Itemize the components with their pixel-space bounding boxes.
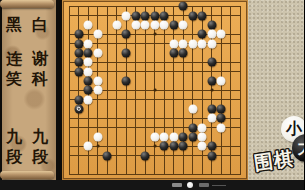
black-stone xyxy=(179,132,188,141)
white-stone xyxy=(112,21,121,30)
black-stone xyxy=(207,76,216,85)
white-stone xyxy=(150,132,159,141)
black-stone xyxy=(74,30,83,39)
player-info-panel: 黑连笑九段 白谢科九段 xyxy=(0,0,58,180)
channel-logo: 小 大 围棋 xyxy=(248,108,304,180)
black-stone xyxy=(217,114,226,123)
white-stone xyxy=(217,30,226,39)
white-stone xyxy=(198,123,207,132)
last-move-marker xyxy=(77,107,80,110)
white-stone xyxy=(160,132,169,141)
black-stone xyxy=(179,2,188,11)
black-stone xyxy=(84,49,93,58)
star-point xyxy=(210,89,213,92)
black-stone xyxy=(141,11,150,20)
star-point xyxy=(153,33,156,36)
white-stone xyxy=(84,95,93,104)
black-stone xyxy=(169,49,178,58)
progress-knob[interactable] xyxy=(187,182,193,188)
black-stone xyxy=(160,142,169,151)
white-stone xyxy=(84,67,93,76)
star-point xyxy=(153,89,156,92)
black-stone xyxy=(169,21,178,30)
app-root: 黑连笑九段 白谢科九段 小 大 围棋 xyxy=(0,0,304,190)
black-stone xyxy=(207,21,216,30)
black-stone xyxy=(131,11,140,20)
black-stone xyxy=(217,104,226,113)
white-stone xyxy=(217,76,226,85)
background-wall: 小 大 围棋 xyxy=(248,0,304,180)
black-rank-char: 段 xyxy=(3,149,25,165)
black-stone xyxy=(150,11,159,20)
white-stone xyxy=(188,104,197,113)
white-stone xyxy=(198,39,207,48)
white-stone xyxy=(150,21,159,30)
white-stone xyxy=(179,21,188,30)
black-stone xyxy=(122,49,131,58)
bar-left-label xyxy=(172,183,182,187)
white-label-char: 白 xyxy=(29,17,51,33)
black-stone xyxy=(74,58,83,67)
white-stone xyxy=(141,21,150,30)
white-rank-char: 九 xyxy=(29,129,51,145)
black-label-char: 黑 xyxy=(3,17,25,33)
white-stone xyxy=(217,123,226,132)
black-stone xyxy=(160,11,169,20)
white-stone xyxy=(93,132,102,141)
black-stone xyxy=(198,30,207,39)
star-point xyxy=(153,145,156,148)
white-stone xyxy=(198,142,207,151)
board-grid xyxy=(69,6,241,175)
black-rank-char: 九 xyxy=(3,129,25,145)
white-stone xyxy=(198,132,207,141)
black-stone xyxy=(169,142,178,151)
white-name-char: 谢 xyxy=(29,51,51,67)
white-stone xyxy=(84,39,93,48)
logo-big-char: 大 xyxy=(298,138,305,157)
video-progress-bar[interactable] xyxy=(0,180,304,190)
black-stone xyxy=(198,11,207,20)
white-stone xyxy=(84,21,93,30)
white-stone xyxy=(169,39,178,48)
white-stone xyxy=(84,58,93,67)
white-rank-char: 段 xyxy=(29,149,51,165)
white-stone xyxy=(207,39,216,48)
white-stone xyxy=(160,21,169,30)
white-stone xyxy=(93,76,102,85)
black-stone xyxy=(74,95,83,104)
black-stone xyxy=(74,67,83,76)
white-player-column: 白谢科九段 xyxy=(29,0,51,180)
progress-track xyxy=(212,185,226,186)
black-stone xyxy=(74,104,83,113)
black-stone xyxy=(188,123,197,132)
white-stone xyxy=(207,30,216,39)
black-stone xyxy=(84,76,93,85)
black-stone xyxy=(179,142,188,151)
black-stone xyxy=(207,104,216,113)
black-stone xyxy=(188,132,197,141)
star-point xyxy=(96,145,99,148)
white-stone xyxy=(179,39,188,48)
black-stone xyxy=(122,30,131,39)
black-stone xyxy=(207,58,216,67)
white-stone xyxy=(207,114,216,123)
black-stone xyxy=(84,86,93,95)
black-stone xyxy=(74,39,83,48)
bar-right-label xyxy=(199,183,209,187)
black-stone xyxy=(188,11,197,20)
logo-script-text: 围棋 xyxy=(252,145,295,176)
white-stone xyxy=(93,30,102,39)
black-stone xyxy=(103,151,112,160)
black-name-char: 连 xyxy=(3,51,25,67)
white-stone xyxy=(169,132,178,141)
white-stone xyxy=(84,142,93,151)
black-name-char: 笑 xyxy=(3,71,25,87)
go-board[interactable] xyxy=(62,0,248,180)
white-stone xyxy=(93,86,102,95)
black-stone xyxy=(122,76,131,85)
black-stone xyxy=(179,49,188,58)
white-stone xyxy=(131,21,140,30)
black-stone xyxy=(141,151,150,160)
black-stone xyxy=(74,49,83,58)
white-stone xyxy=(122,11,131,20)
black-stone xyxy=(207,142,216,151)
white-name-char: 科 xyxy=(29,71,51,87)
white-stone xyxy=(188,39,197,48)
white-stone xyxy=(93,49,102,58)
black-player-column: 黑连笑九段 xyxy=(3,0,25,180)
black-stone xyxy=(207,151,216,160)
